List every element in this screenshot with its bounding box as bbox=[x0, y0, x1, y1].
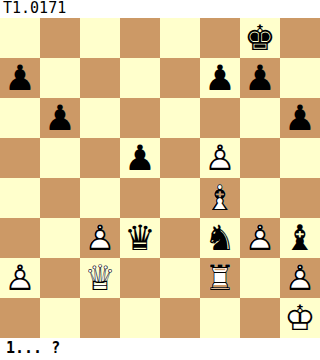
black-queen-icon[interactable]: ♛ bbox=[120, 218, 160, 258]
white-rook-icon[interactable]: ♜♖ bbox=[200, 258, 240, 298]
square-d6[interactable] bbox=[120, 98, 160, 138]
white-bishop-icon[interactable]: ♝♗ bbox=[200, 178, 240, 218]
square-a3[interactable] bbox=[0, 218, 40, 258]
black-pawn-icon[interactable]: ♟ bbox=[40, 98, 80, 138]
square-e6[interactable] bbox=[160, 98, 200, 138]
white-pawn-outline-layer: ♙ bbox=[200, 138, 240, 178]
square-d3[interactable]: ♛ bbox=[120, 218, 160, 258]
square-d4[interactable] bbox=[120, 178, 160, 218]
black-pawn-icon[interactable]: ♟ bbox=[240, 58, 280, 98]
square-f2[interactable]: ♜♖ bbox=[200, 258, 240, 298]
square-d8[interactable] bbox=[120, 18, 160, 58]
move-prompt: 1... ? bbox=[0, 338, 320, 360]
square-e4[interactable] bbox=[160, 178, 200, 218]
square-a5[interactable] bbox=[0, 138, 40, 178]
white-king-outline-layer: ♔ bbox=[280, 298, 320, 338]
black-bishop-icon[interactable]: ♝ bbox=[280, 218, 320, 258]
chess-board: ♚♟♟♟♟♟♟♟♙♝♗♟♙♛♞♟♙♝♟♙♛♕♜♖♟♙♚♔ bbox=[0, 18, 320, 338]
square-a4[interactable] bbox=[0, 178, 40, 218]
square-a6[interactable] bbox=[0, 98, 40, 138]
square-a1[interactable] bbox=[0, 298, 40, 338]
square-c3[interactable]: ♟♙ bbox=[80, 218, 120, 258]
white-bishop-outline-layer: ♗ bbox=[200, 178, 240, 218]
square-b5[interactable] bbox=[40, 138, 80, 178]
square-b2[interactable] bbox=[40, 258, 80, 298]
square-g6[interactable] bbox=[240, 98, 280, 138]
square-g4[interactable] bbox=[240, 178, 280, 218]
square-f8[interactable] bbox=[200, 18, 240, 58]
square-h3[interactable]: ♝ bbox=[280, 218, 320, 258]
puzzle-id: T1.0171 bbox=[0, 0, 320, 18]
square-b6[interactable]: ♟ bbox=[40, 98, 80, 138]
square-h4[interactable] bbox=[280, 178, 320, 218]
white-rook-outline-layer: ♖ bbox=[200, 258, 240, 298]
square-d1[interactable] bbox=[120, 298, 160, 338]
white-pawn-outline-layer: ♙ bbox=[0, 258, 40, 298]
square-e5[interactable] bbox=[160, 138, 200, 178]
square-d2[interactable] bbox=[120, 258, 160, 298]
square-d5[interactable]: ♟ bbox=[120, 138, 160, 178]
square-c1[interactable] bbox=[80, 298, 120, 338]
square-g8[interactable]: ♚ bbox=[240, 18, 280, 58]
square-c6[interactable] bbox=[80, 98, 120, 138]
square-g3[interactable]: ♟♙ bbox=[240, 218, 280, 258]
black-king-icon[interactable]: ♚ bbox=[240, 18, 280, 58]
white-pawn-icon[interactable]: ♟♙ bbox=[0, 258, 40, 298]
square-f1[interactable] bbox=[200, 298, 240, 338]
white-queen-icon[interactable]: ♛♕ bbox=[80, 258, 120, 298]
square-f7[interactable]: ♟ bbox=[200, 58, 240, 98]
square-e8[interactable] bbox=[160, 18, 200, 58]
square-b3[interactable] bbox=[40, 218, 80, 258]
white-pawn-outline-layer: ♙ bbox=[240, 218, 280, 258]
square-c4[interactable] bbox=[80, 178, 120, 218]
square-b4[interactable] bbox=[40, 178, 80, 218]
square-h8[interactable] bbox=[280, 18, 320, 58]
square-f3[interactable]: ♞ bbox=[200, 218, 240, 258]
square-e3[interactable] bbox=[160, 218, 200, 258]
square-g1[interactable] bbox=[240, 298, 280, 338]
square-c5[interactable] bbox=[80, 138, 120, 178]
black-knight-icon[interactable]: ♞ bbox=[200, 218, 240, 258]
white-pawn-outline-layer: ♙ bbox=[280, 258, 320, 298]
square-c8[interactable] bbox=[80, 18, 120, 58]
square-h6[interactable]: ♟ bbox=[280, 98, 320, 138]
square-b7[interactable] bbox=[40, 58, 80, 98]
square-h5[interactable] bbox=[280, 138, 320, 178]
square-f6[interactable] bbox=[200, 98, 240, 138]
square-h1[interactable]: ♚♔ bbox=[280, 298, 320, 338]
black-pawn-icon[interactable]: ♟ bbox=[120, 138, 160, 178]
white-pawn-outline-layer: ♙ bbox=[80, 218, 120, 258]
black-pawn-icon[interactable]: ♟ bbox=[0, 58, 40, 98]
square-b1[interactable] bbox=[40, 298, 80, 338]
white-pawn-icon[interactable]: ♟♙ bbox=[280, 258, 320, 298]
square-d7[interactable] bbox=[120, 58, 160, 98]
square-g2[interactable] bbox=[240, 258, 280, 298]
square-g7[interactable]: ♟ bbox=[240, 58, 280, 98]
white-king-icon[interactable]: ♚♔ bbox=[280, 298, 320, 338]
square-a8[interactable] bbox=[0, 18, 40, 58]
square-f5[interactable]: ♟♙ bbox=[200, 138, 240, 178]
chess-puzzle-page: T1.0171 ♚♟♟♟♟♟♟♟♙♝♗♟♙♛♞♟♙♝♟♙♛♕♜♖♟♙♚♔ 1..… bbox=[0, 0, 320, 360]
square-a7[interactable]: ♟ bbox=[0, 58, 40, 98]
square-e1[interactable] bbox=[160, 298, 200, 338]
square-b8[interactable] bbox=[40, 18, 80, 58]
square-e2[interactable] bbox=[160, 258, 200, 298]
square-h7[interactable] bbox=[280, 58, 320, 98]
white-queen-outline-layer: ♕ bbox=[80, 258, 120, 298]
square-f4[interactable]: ♝♗ bbox=[200, 178, 240, 218]
square-c7[interactable] bbox=[80, 58, 120, 98]
square-h2[interactable]: ♟♙ bbox=[280, 258, 320, 298]
white-pawn-icon[interactable]: ♟♙ bbox=[240, 218, 280, 258]
square-g5[interactable] bbox=[240, 138, 280, 178]
white-pawn-icon[interactable]: ♟♙ bbox=[80, 218, 120, 258]
black-pawn-icon[interactable]: ♟ bbox=[200, 58, 240, 98]
square-a2[interactable]: ♟♙ bbox=[0, 258, 40, 298]
square-c2[interactable]: ♛♕ bbox=[80, 258, 120, 298]
square-e7[interactable] bbox=[160, 58, 200, 98]
black-pawn-icon[interactable]: ♟ bbox=[280, 98, 320, 138]
white-pawn-icon[interactable]: ♟♙ bbox=[200, 138, 240, 178]
